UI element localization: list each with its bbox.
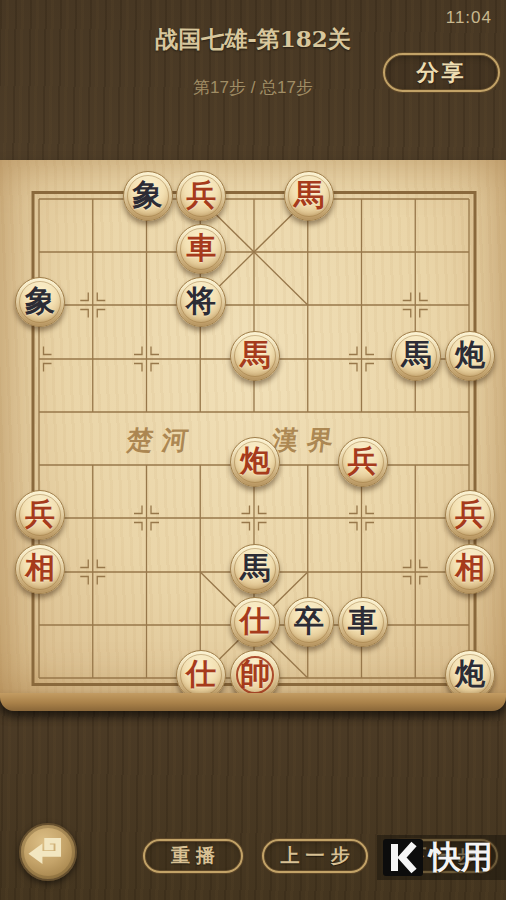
piece-glyph: 卒	[294, 597, 324, 645]
piece-glyph: 馬	[401, 331, 431, 379]
back-button[interactable]	[19, 823, 77, 881]
share-button[interactable]: 分享	[383, 53, 500, 92]
piece-glyph: 兵	[348, 437, 378, 485]
piece-象-black[interactable]: 象	[123, 171, 173, 221]
piece-馬-black[interactable]: 馬	[391, 331, 441, 381]
piece-glyph: 馬	[240, 544, 270, 592]
piece-兵-red[interactable]: 兵	[176, 171, 226, 221]
piece-glyph: 車	[348, 597, 378, 645]
piece-glyph: 象	[25, 277, 55, 325]
piece-馬-black[interactable]: 馬	[230, 544, 280, 594]
piece-車-red[interactable]: 車	[176, 224, 226, 274]
piece-glyph: 仕	[186, 650, 216, 698]
page-title: 战国七雄-第182关	[0, 24, 506, 55]
xiangqi-board: 楚河 漢界 象兵馬車象将馬馬炮炮兵兵兵相馬相仕卒車仕帥炮	[0, 160, 506, 711]
piece-馬-red[interactable]: 馬	[284, 171, 334, 221]
river-label-right: 漢界	[270, 423, 344, 458]
return-arrow-icon	[21, 825, 75, 879]
board-bottom-edge	[0, 693, 506, 711]
piece-兵-red[interactable]: 兵	[15, 490, 65, 540]
piece-glyph: 馬	[240, 331, 270, 379]
piece-glyph: 相	[455, 544, 485, 592]
kuaiyong-watermark: 快用	[377, 835, 506, 880]
piece-相-red[interactable]: 相	[445, 544, 495, 594]
piece-glyph: 相	[25, 544, 55, 592]
river-label-left: 楚河	[125, 423, 199, 458]
piece-炮-red[interactable]: 炮	[230, 437, 280, 487]
piece-glyph: 炮	[455, 331, 485, 379]
app-screen: 11:04 战国七雄-第182关 第17步 / 总17步 分享 楚河 漢界 象兵…	[0, 0, 506, 900]
piece-glyph: 将	[186, 277, 216, 325]
piece-glyph: 兵	[186, 171, 216, 219]
piece-将-black[interactable]: 将	[176, 277, 226, 327]
kuaiyong-watermark-text: 快用	[429, 836, 493, 880]
piece-炮-black[interactable]: 炮	[445, 331, 495, 381]
replay-button[interactable]: 重播	[143, 839, 243, 873]
piece-glyph: 炮	[240, 437, 270, 485]
piece-仕-red[interactable]: 仕	[230, 597, 280, 647]
piece-glyph: 兵	[455, 490, 485, 538]
piece-glyph: 帥	[240, 650, 270, 698]
piece-glyph: 馬	[294, 171, 324, 219]
kuaiyong-K-icon	[383, 839, 423, 876]
piece-glyph: 象	[133, 171, 163, 219]
piece-相-red[interactable]: 相	[15, 544, 65, 594]
prev-step-button[interactable]: 上一步	[262, 839, 368, 873]
piece-卒-black[interactable]: 卒	[284, 597, 334, 647]
piece-glyph: 兵	[25, 490, 55, 538]
piece-glyph: 仕	[240, 597, 270, 645]
piece-馬-red[interactable]: 馬	[230, 331, 280, 381]
piece-兵-red[interactable]: 兵	[338, 437, 388, 487]
piece-glyph: 炮	[455, 650, 485, 698]
piece-glyph: 車	[186, 224, 216, 272]
piece-象-black[interactable]: 象	[15, 277, 65, 327]
piece-車-black[interactable]: 車	[338, 597, 388, 647]
piece-兵-red[interactable]: 兵	[445, 490, 495, 540]
